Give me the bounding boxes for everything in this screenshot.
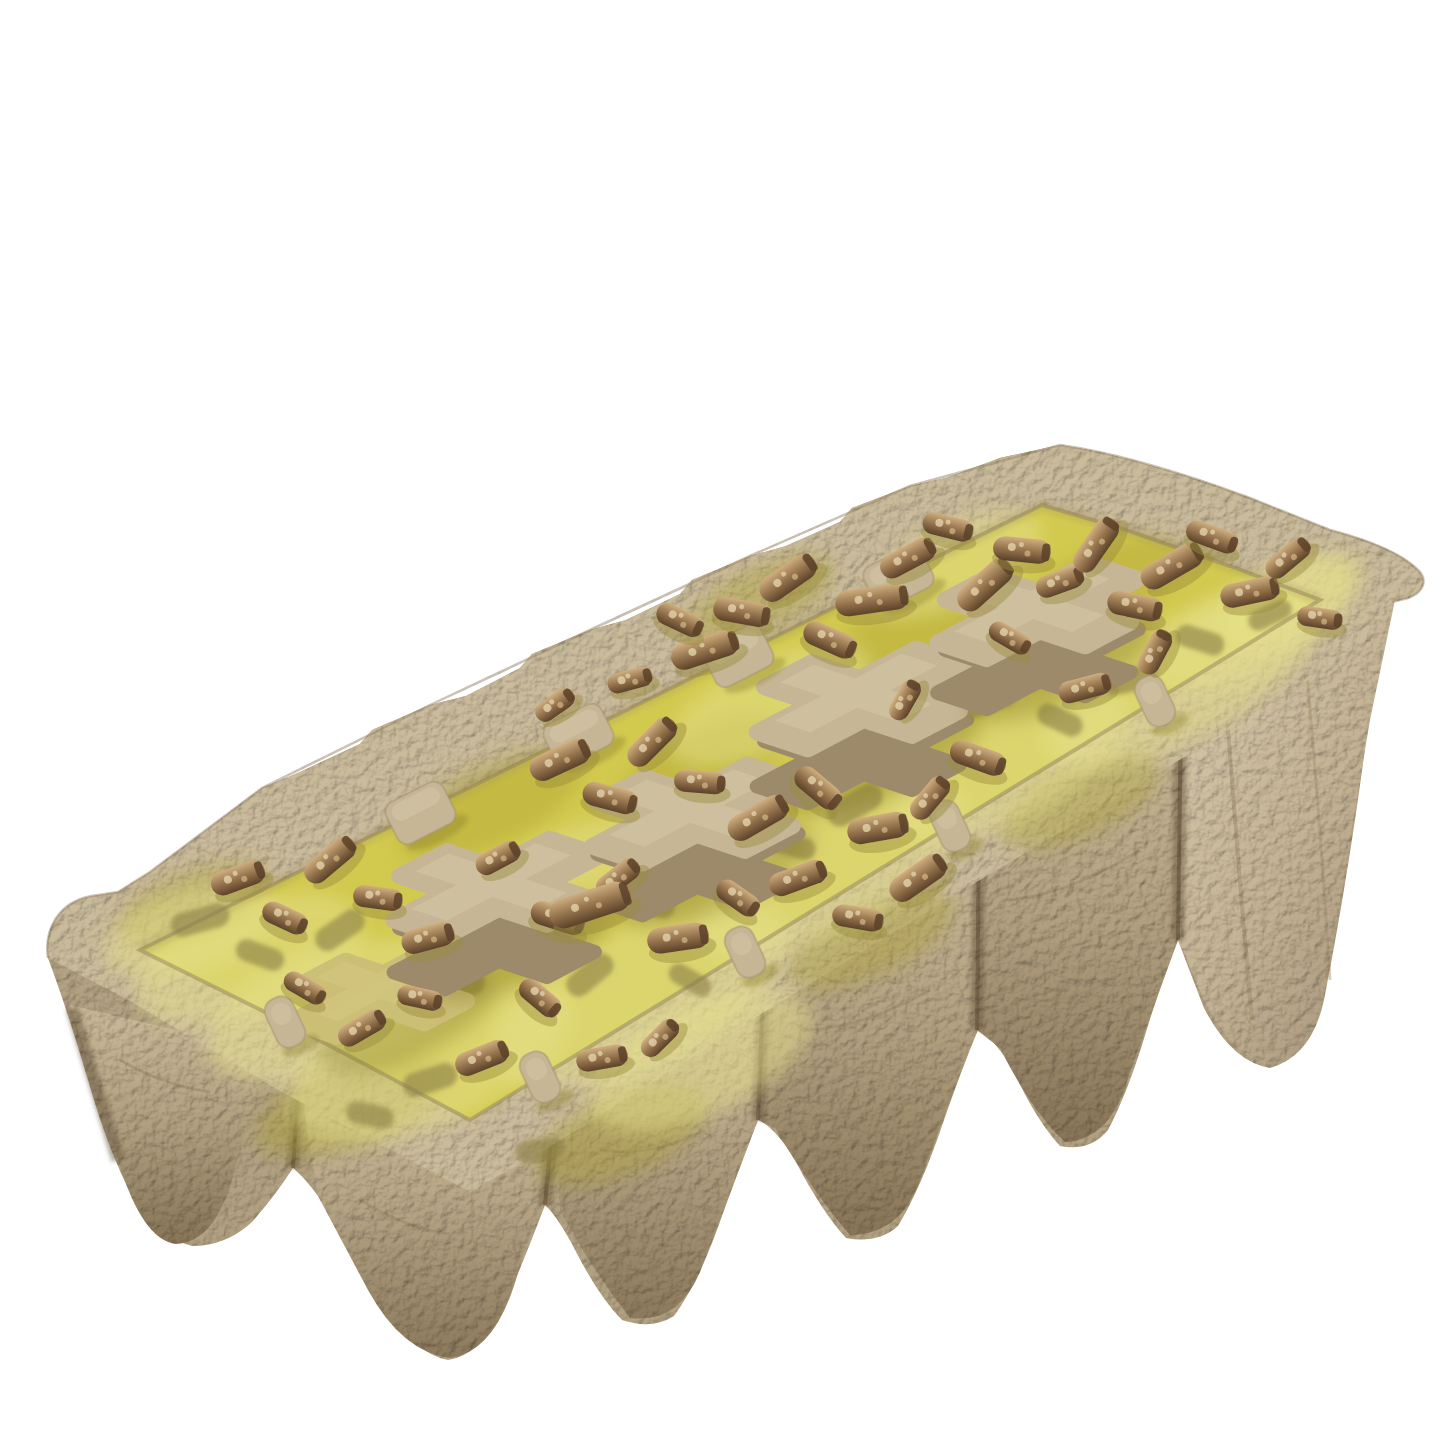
product-photo	[0, 0, 1445, 1445]
egg-carton-firestarter-photo	[0, 0, 1445, 1445]
